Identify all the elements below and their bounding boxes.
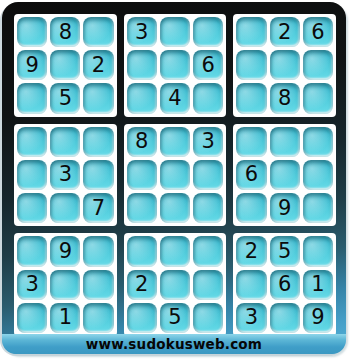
sudoku-cell-r4c1[interactable] xyxy=(17,127,47,157)
sudoku-cell-r8c5[interactable] xyxy=(160,270,190,300)
sudoku-cell-r5c7[interactable]: 6 xyxy=(236,160,266,190)
sudoku-cell-r2c8[interactable] xyxy=(270,50,300,80)
sudoku-cell-r9c8[interactable] xyxy=(270,303,300,333)
sudoku-cell-r6c9[interactable] xyxy=(303,193,333,223)
sudoku-cell-r4c8[interactable] xyxy=(270,127,300,157)
sudoku-cell-r1c2[interactable]: 8 xyxy=(50,17,80,47)
sudoku-block: 931 xyxy=(14,233,117,336)
sudoku-block: 364 xyxy=(124,14,227,117)
sudoku-cell-r1c3[interactable] xyxy=(83,17,113,47)
sudoku-block: 268 xyxy=(233,14,336,117)
sudoku-cell-r9c9[interactable]: 9 xyxy=(303,303,333,333)
sudoku-cell-r2c9[interactable] xyxy=(303,50,333,80)
sudoku-block: 69 xyxy=(233,124,336,227)
sudoku-cell-r8c3[interactable] xyxy=(83,270,113,300)
sudoku-cell-r3c8[interactable]: 8 xyxy=(270,83,300,113)
sudoku-cell-r6c7[interactable] xyxy=(236,193,266,223)
footer-band: www.sudokusweb.com xyxy=(2,334,346,354)
sudoku-cell-r6c3[interactable]: 7 xyxy=(83,193,113,223)
sudoku-cell-r7c8[interactable]: 5 xyxy=(270,236,300,266)
sudoku-cell-r3c6[interactable] xyxy=(193,83,223,113)
sudoku-cell-r3c1[interactable] xyxy=(17,83,47,113)
sudoku-block: 25 xyxy=(124,233,227,336)
sudoku-cell-r9c1[interactable] xyxy=(17,303,47,333)
sudoku-cell-r7c9[interactable] xyxy=(303,236,333,266)
sudoku-cell-r6c4[interactable] xyxy=(127,193,157,223)
sudoku-cell-r3c4[interactable] xyxy=(127,83,157,113)
sudoku-cell-r1c6[interactable] xyxy=(193,17,223,47)
sudoku-cell-r5c4[interactable] xyxy=(127,160,157,190)
sudoku-cell-r7c6[interactable] xyxy=(193,236,223,266)
sudoku-cell-r3c9[interactable] xyxy=(303,83,333,113)
sudoku-cell-r9c5[interactable]: 5 xyxy=(160,303,190,333)
sudoku-cell-r2c7[interactable] xyxy=(236,50,266,80)
sudoku-cell-r9c2[interactable]: 1 xyxy=(50,303,80,333)
sudoku-cell-r4c6[interactable]: 3 xyxy=(193,127,223,157)
sudoku-block: 37 xyxy=(14,124,117,227)
sudoku-cell-r3c7[interactable] xyxy=(236,83,266,113)
sudoku-cell-r4c5[interactable] xyxy=(160,127,190,157)
sudoku-cell-r6c1[interactable] xyxy=(17,193,47,223)
sudoku-cell-r4c4[interactable]: 8 xyxy=(127,127,157,157)
sudoku-cell-r8c6[interactable] xyxy=(193,270,223,300)
sudoku-cell-r4c7[interactable] xyxy=(236,127,266,157)
sudoku-cell-r5c3[interactable] xyxy=(83,160,113,190)
site-url-label: www.sudokusweb.com xyxy=(86,336,262,352)
sudoku-cell-r6c8[interactable]: 9 xyxy=(270,193,300,223)
sudoku-cell-r3c2[interactable]: 5 xyxy=(50,83,80,113)
sudoku-block: 83 xyxy=(124,124,227,227)
sudoku-cell-r5c2[interactable]: 3 xyxy=(50,160,80,190)
sudoku-cell-r7c4[interactable] xyxy=(127,236,157,266)
sudoku-cell-r6c6[interactable] xyxy=(193,193,223,223)
sudoku-cell-r2c1[interactable]: 9 xyxy=(17,50,47,80)
sudoku-cell-r6c5[interactable] xyxy=(160,193,190,223)
sudoku-cell-r9c6[interactable] xyxy=(193,303,223,333)
sudoku-cell-r8c8[interactable]: 6 xyxy=(270,270,300,300)
sudoku-board: 892536426837836993125256139 xyxy=(14,14,336,336)
sudoku-cell-r8c1[interactable]: 3 xyxy=(17,270,47,300)
sudoku-cell-r8c2[interactable] xyxy=(50,270,80,300)
sudoku-cell-r1c9[interactable]: 6 xyxy=(303,17,333,47)
sudoku-cell-r5c9[interactable] xyxy=(303,160,333,190)
sudoku-cell-r1c5[interactable] xyxy=(160,17,190,47)
sudoku-cell-r5c5[interactable] xyxy=(160,160,190,190)
sudoku-cell-r8c9[interactable]: 1 xyxy=(303,270,333,300)
sudoku-cell-r5c8[interactable] xyxy=(270,160,300,190)
sudoku-cell-r1c1[interactable] xyxy=(17,17,47,47)
sudoku-cell-r4c2[interactable] xyxy=(50,127,80,157)
sudoku-cell-r2c4[interactable] xyxy=(127,50,157,80)
sudoku-cell-r1c7[interactable] xyxy=(236,17,266,47)
sudoku-cell-r9c7[interactable]: 3 xyxy=(236,303,266,333)
sudoku-cell-r1c4[interactable]: 3 xyxy=(127,17,157,47)
sudoku-block: 256139 xyxy=(233,233,336,336)
sudoku-cell-r7c1[interactable] xyxy=(17,236,47,266)
sudoku-cell-r2c2[interactable] xyxy=(50,50,80,80)
sudoku-cell-r7c5[interactable] xyxy=(160,236,190,266)
board-plaque: 892536426837836993125256139 www.sudokusw… xyxy=(2,2,346,354)
sudoku-cell-r5c6[interactable] xyxy=(193,160,223,190)
sudoku-cell-r9c4[interactable] xyxy=(127,303,157,333)
sudoku-cell-r3c3[interactable] xyxy=(83,83,113,113)
sudoku-cell-r9c3[interactable] xyxy=(83,303,113,333)
sudoku-cell-r8c7[interactable] xyxy=(236,270,266,300)
sudoku-cell-r7c2[interactable]: 9 xyxy=(50,236,80,266)
sudoku-cell-r5c1[interactable] xyxy=(17,160,47,190)
sudoku-cell-r2c5[interactable] xyxy=(160,50,190,80)
sudoku-cell-r2c3[interactable]: 2 xyxy=(83,50,113,80)
sudoku-cell-r2c6[interactable]: 6 xyxy=(193,50,223,80)
sudoku-cell-r4c9[interactable] xyxy=(303,127,333,157)
sudoku-cell-r7c3[interactable] xyxy=(83,236,113,266)
sudoku-cell-r3c5[interactable]: 4 xyxy=(160,83,190,113)
sudoku-cell-r8c4[interactable]: 2 xyxy=(127,270,157,300)
sudoku-block: 8925 xyxy=(14,14,117,117)
sudoku-cell-r7c7[interactable]: 2 xyxy=(236,236,266,266)
sudoku-screenshot: 892536426837836993125256139 www.sudokusw… xyxy=(0,0,350,360)
sudoku-cell-r4c3[interactable] xyxy=(83,127,113,157)
sudoku-cell-r6c2[interactable] xyxy=(50,193,80,223)
sudoku-cell-r1c8[interactable]: 2 xyxy=(270,17,300,47)
